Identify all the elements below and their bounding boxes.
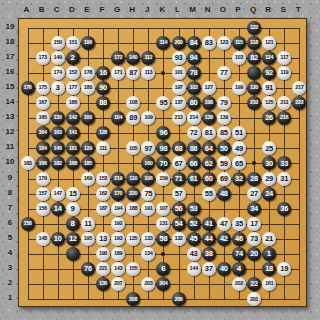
stone-H11-move-105: 105: [126, 141, 140, 155]
row-label: 15: [6, 83, 15, 91]
move-number: 124: [265, 55, 273, 61]
move-number: 1: [267, 250, 271, 258]
stone-F12-move-128: 128: [96, 126, 110, 140]
stone-Q8-move-27: 27: [247, 187, 261, 201]
stone-B15-move-175: 175: [36, 81, 50, 95]
move-number: 192: [114, 221, 122, 227]
move-number: 187: [99, 206, 107, 212]
move-number: 204: [159, 281, 167, 287]
move-number: 207: [114, 281, 122, 287]
stone-N10-move-62: 62: [202, 156, 216, 170]
row-label: 7: [8, 204, 12, 212]
move-number: 101: [174, 70, 182, 76]
stone-B8-move-157: 157: [36, 187, 50, 201]
col-label: K: [160, 6, 166, 14]
move-number: 183: [23, 161, 31, 167]
stone-F7-move-187: 187: [96, 202, 110, 216]
move-number: 118: [250, 40, 258, 46]
move-number: 142: [69, 115, 77, 121]
stone-D7-move-9: 9: [66, 202, 80, 216]
move-number: 10: [54, 235, 62, 243]
stone-G7-move-194: 194: [111, 202, 125, 216]
stone-Q6-move-17: 17: [247, 217, 261, 231]
move-number: 50: [220, 145, 228, 153]
move-number: 22: [250, 280, 258, 288]
move-number: 157: [39, 191, 47, 197]
col-label: J: [145, 6, 149, 14]
move-number: 123: [220, 40, 228, 46]
stone-K2-move-204: 204: [156, 277, 170, 291]
move-number: 80: [190, 99, 198, 107]
stone-G3-move-143: 143: [111, 262, 125, 276]
row-label: 2: [8, 279, 12, 287]
move-number: 158: [23, 221, 31, 227]
move-number: 159: [159, 176, 167, 182]
row-label: 9: [8, 174, 12, 182]
stone-F2-move-136: 136: [96, 277, 110, 291]
stone-Q5-move-73: 73: [247, 232, 261, 246]
stone-E11-move-129: 129: [81, 141, 95, 155]
stone-M12-move-72: 72: [187, 126, 201, 140]
stone-R17-move-124: 124: [262, 51, 276, 65]
move-number: 108: [129, 100, 137, 106]
move-number: 97: [144, 145, 152, 153]
stone-F11-move-111: 111: [96, 141, 110, 155]
stone-N11-move-64: 64: [202, 141, 216, 155]
stone-M9-move-61: 61: [187, 172, 201, 186]
stone-P5-move-46: 46: [232, 232, 246, 246]
stone-C15-move-3: 3: [51, 81, 65, 95]
stone-K5-move-58: 58: [156, 232, 170, 246]
move-number: 147: [54, 191, 62, 197]
stone-T14-move-222: 222: [292, 96, 306, 110]
move-number: 174: [54, 70, 62, 76]
move-number: 45: [190, 235, 198, 243]
move-number: 111: [99, 146, 107, 152]
stone-D17-move-2: 2: [66, 51, 80, 65]
move-number: 191: [144, 206, 152, 212]
stone-Q18-move-118: 118: [247, 36, 261, 50]
move-number: 195: [84, 236, 92, 242]
move-number: 170: [114, 191, 122, 197]
stone-N6-move-41: 41: [202, 217, 216, 231]
move-number: 156: [39, 206, 47, 212]
move-number: 168: [69, 161, 77, 167]
move-number: 83: [205, 39, 213, 47]
stone-O16-move-77: 77: [217, 66, 231, 80]
stone-M16-move-78: 78: [187, 66, 201, 80]
move-number: 93: [175, 54, 183, 62]
stone-K6-move-131: 131: [156, 217, 170, 231]
move-number: 173: [39, 55, 47, 61]
move-number: 77: [220, 69, 228, 77]
move-number: 150: [54, 40, 62, 46]
move-number: 203: [144, 281, 152, 287]
stone-L10-move-67: 67: [172, 156, 186, 170]
col-label: N: [205, 6, 211, 14]
stone-L8-move-57: 57: [172, 187, 186, 201]
stone-Q2-move-22: 22: [247, 277, 261, 291]
stone-M14-move-80: 80: [187, 96, 201, 110]
move-number: 79: [220, 99, 228, 107]
move-number: 119: [280, 70, 288, 76]
stone-H13-move-89: 89: [126, 111, 140, 125]
stone-L14-move-137: 137: [172, 96, 186, 110]
move-number: 64: [205, 145, 213, 153]
stone-Q19-move-122: 122: [247, 21, 261, 35]
stone-R4-move-1: 1: [262, 247, 276, 261]
stone-O18-move-123: 123: [217, 36, 231, 50]
stone-M17-move-94: 94: [187, 51, 201, 65]
stone-S9-move-31: 31: [277, 172, 291, 186]
move-number: 84: [190, 39, 198, 47]
move-number: 137: [174, 100, 182, 106]
move-number: 196: [84, 40, 92, 46]
move-number: 62: [205, 160, 213, 168]
stone-Q17-move-82: 82: [247, 51, 261, 65]
move-number: 211: [280, 100, 288, 106]
move-number: 134: [144, 251, 152, 257]
stone-E5-move-195: 195: [81, 232, 95, 246]
move-number: 85: [220, 129, 228, 137]
move-number: 33: [280, 160, 288, 168]
stone-J13-move-109: 109: [141, 111, 155, 125]
stone-A6-move-158: 158: [21, 217, 35, 231]
move-number: 176: [23, 85, 31, 91]
go-kifu-screenshot: ABCDEFGHJKLMNOPQRST191817161514131211109…: [0, 0, 320, 320]
move-number: 188: [129, 206, 137, 212]
stone-P15-move-199: 199: [232, 81, 246, 95]
stone-E18-move-196: 196: [81, 36, 95, 50]
stone-D12-move-141: 141: [66, 126, 80, 140]
move-number: 88: [99, 99, 107, 107]
grid-line: [299, 28, 300, 301]
row-label: 3: [8, 264, 12, 272]
move-number: 67: [175, 160, 183, 168]
move-number: 3: [55, 84, 59, 92]
move-number: 69: [220, 175, 228, 183]
move-number: 75: [144, 190, 152, 198]
move-number: 110: [129, 176, 137, 182]
col-label: T: [296, 6, 301, 14]
row-label: 16: [6, 68, 15, 76]
stone-N9-move-60: 60: [202, 172, 216, 186]
move-number: 200: [174, 40, 182, 46]
move-number: 27: [250, 190, 258, 198]
move-number: 219: [114, 176, 122, 182]
stone-R14-move-125: 125: [262, 96, 276, 110]
row-label: 1: [8, 294, 12, 302]
stone-F4-move-190: 190: [96, 247, 110, 261]
stone-P6-move-35: 35: [232, 217, 246, 231]
stone-H1-move-208: 208: [126, 292, 140, 306]
go-board[interactable]: 1234689101112131415161718192021222425262…: [18, 18, 307, 307]
stone-N15-move-127: 127: [202, 81, 216, 95]
move-number: 54: [175, 220, 183, 228]
move-number: 2: [71, 54, 75, 62]
star-point: [252, 161, 256, 165]
move-number: 169: [84, 176, 92, 182]
stone-L6-move-54: 54: [172, 217, 186, 231]
row-label: 18: [6, 38, 15, 46]
move-number: 222: [295, 100, 303, 106]
move-number: 58: [160, 235, 168, 243]
move-number: 171: [114, 70, 122, 76]
move-number: 36: [280, 205, 288, 213]
stone-S3-move-19: 19: [277, 262, 291, 276]
stone-J9-move-106: 106: [141, 172, 155, 186]
stone-N14-move-198: 198: [202, 96, 216, 110]
stone-E10-move-185: 185: [81, 156, 95, 170]
stone-G9-move-219: 219: [111, 172, 125, 186]
stone-B11-move-184: 184: [36, 141, 50, 155]
stone-O6-move-47: 47: [217, 217, 231, 231]
stone-G17-move-172: 172: [111, 51, 125, 65]
stone-R13-move-26: 26: [262, 111, 276, 125]
stone-D15-move-177: 177: [66, 81, 80, 95]
row-label: 13: [6, 113, 15, 121]
stone-S14-move-211: 211: [277, 96, 291, 110]
col-label: G: [114, 6, 120, 14]
move-number: 189: [114, 251, 122, 257]
move-number: 140: [129, 55, 137, 61]
stone-S10-move-33: 33: [277, 156, 291, 170]
move-number: 8: [71, 220, 75, 228]
stone-Q16-handicap: [247, 66, 261, 80]
stone-R5-move-21: 21: [262, 232, 276, 246]
move-number: 180: [84, 85, 92, 91]
stone-P18-move-115: 115: [232, 36, 246, 50]
stone-R2-move-161: 161: [262, 277, 276, 291]
stone-D4-handicap: [66, 247, 80, 261]
row-label: 11: [6, 143, 14, 151]
move-number: 55: [205, 190, 213, 198]
col-label: S: [281, 6, 286, 14]
move-number: 131: [159, 221, 167, 227]
stone-J8-move-75: 75: [141, 187, 155, 201]
move-number: 175: [39, 85, 47, 91]
stone-J7-move-191: 191: [141, 202, 155, 216]
move-number: 152: [69, 70, 77, 76]
stone-L11-move-68: 68: [172, 141, 186, 155]
stone-M7-move-53: 53: [187, 202, 201, 216]
stone-L1-move-206: 206: [172, 292, 186, 306]
move-number: 114: [159, 40, 167, 46]
stone-L5-move-132: 132: [172, 232, 186, 246]
move-number: 217: [295, 85, 303, 91]
stone-G4-move-189: 189: [111, 247, 125, 261]
move-number: 199: [235, 85, 243, 91]
move-number: 117: [280, 55, 288, 61]
move-number: 102: [190, 85, 198, 91]
star-point: [161, 71, 165, 75]
stone-O3-move-40: 40: [217, 262, 231, 276]
move-number: 30: [265, 160, 273, 168]
move-number: 163: [54, 130, 62, 136]
col-label: C: [54, 6, 60, 14]
stone-O12-move-85: 85: [217, 126, 231, 140]
stone-B13-move-165: 165: [36, 111, 50, 125]
stone-A15-move-176: 176: [21, 81, 35, 95]
stone-B12-move-164: 164: [36, 126, 50, 140]
stone-L16-move-101: 101: [172, 66, 186, 80]
move-number: 130: [54, 115, 62, 121]
move-number: 60: [205, 175, 213, 183]
stone-R15-move-91: 91: [262, 81, 276, 95]
move-number: 65: [235, 160, 243, 168]
stone-R16-move-92: 92: [262, 66, 276, 80]
stone-C16-move-174: 174: [51, 66, 65, 80]
move-number: 206: [174, 297, 182, 303]
move-number: 41: [205, 220, 213, 228]
move-number: 47: [220, 220, 228, 228]
move-number: 132: [174, 236, 182, 242]
stone-C10-move-182: 182: [51, 156, 65, 170]
move-number: 160: [144, 161, 152, 167]
move-number: 14: [54, 205, 62, 213]
stone-F5-move-13: 13: [96, 232, 110, 246]
move-number: 46: [235, 235, 243, 243]
stone-A10-move-183: 183: [21, 156, 35, 170]
move-number: 94: [190, 54, 198, 62]
stone-C12-move-163: 163: [51, 126, 65, 140]
move-number: 201: [250, 297, 258, 303]
stone-N5-move-44: 44: [202, 232, 216, 246]
stone-F15-move-90: 90: [96, 81, 110, 95]
stone-D16-move-152: 152: [66, 66, 80, 80]
move-number: 91: [265, 84, 273, 92]
stone-E3-move-76: 76: [81, 262, 95, 276]
stone-B14-move-167: 167: [36, 96, 50, 110]
stone-E16-move-178: 178: [81, 66, 95, 80]
move-number: 34: [250, 205, 258, 213]
move-number: 177: [69, 85, 77, 91]
stone-C7-move-14: 14: [51, 202, 65, 216]
stone-O5-move-42: 42: [217, 232, 231, 246]
stone-G8-move-170: 170: [111, 187, 125, 201]
move-number: 21: [265, 235, 273, 243]
stone-D8-move-15: 15: [66, 187, 80, 201]
stone-L9-move-71: 71: [172, 172, 186, 186]
col-label: P: [235, 6, 240, 14]
stone-Q7-move-34: 34: [247, 202, 261, 216]
move-number: 44: [205, 235, 213, 243]
row-label: 14: [6, 98, 15, 106]
stone-K9-move-159: 159: [156, 172, 170, 186]
move-number: 35: [235, 220, 243, 228]
stone-C18-move-150: 150: [51, 36, 65, 50]
stone-O10-move-59: 59: [217, 156, 231, 170]
move-number: 57: [175, 190, 183, 198]
stone-J10-move-160: 160: [141, 156, 155, 170]
row-label: 12: [6, 128, 15, 136]
move-number: 120: [250, 85, 258, 91]
move-number: 213: [174, 115, 182, 121]
move-number: 13: [99, 235, 107, 243]
move-number: 190: [99, 251, 107, 257]
move-number: 26: [265, 114, 273, 122]
stone-R18-move-121: 121: [262, 36, 276, 50]
stone-F8-move-162: 162: [96, 187, 110, 201]
move-number: 11: [84, 220, 91, 228]
move-number: 164: [39, 130, 47, 136]
move-number: 17: [250, 220, 258, 228]
move-number: 90: [99, 84, 107, 92]
stone-N4-move-38: 38: [202, 247, 216, 261]
move-number: 129: [84, 146, 92, 152]
stone-D13-move-142: 142: [66, 111, 80, 125]
move-number: 104: [114, 115, 122, 121]
stone-C11-move-146: 146: [51, 141, 65, 155]
move-number: 167: [39, 100, 47, 106]
move-number: 133: [144, 236, 152, 242]
stone-E9-move-169: 169: [81, 172, 95, 186]
stone-K12-move-96: 96: [156, 126, 170, 140]
col-label: E: [84, 6, 89, 14]
move-number: 92: [265, 69, 273, 77]
move-number: 98: [160, 145, 168, 153]
move-number: 161: [265, 281, 273, 287]
move-number: 73: [250, 235, 258, 243]
stone-H14-move-108: 108: [126, 96, 140, 110]
move-number: 202: [235, 281, 243, 287]
move-number: 155: [129, 266, 137, 272]
stone-P3-move-4: 4: [232, 262, 246, 276]
stone-S17-move-117: 117: [277, 51, 291, 65]
stone-C5-move-10: 10: [51, 232, 65, 246]
stone-P4-move-74: 74: [232, 247, 246, 261]
move-number: 76: [84, 265, 92, 273]
stone-N13-move-138: 138: [202, 111, 216, 125]
stone-M15-move-102: 102: [187, 81, 201, 95]
move-number: 6: [161, 265, 165, 273]
move-number: 24: [265, 190, 273, 198]
move-number: 113: [144, 70, 152, 76]
stone-J17-move-112: 112: [141, 51, 155, 65]
move-number: 16: [99, 69, 107, 77]
stone-R8-move-24: 24: [262, 187, 276, 201]
stone-S16-move-119: 119: [277, 66, 291, 80]
move-number: 194: [114, 206, 122, 212]
move-number: 40: [220, 265, 228, 273]
stone-O13-move-139: 139: [217, 111, 231, 125]
col-label: M: [189, 6, 196, 14]
move-number: 115: [235, 40, 243, 46]
stone-M18-move-84: 84: [187, 36, 201, 50]
row-label: 17: [6, 53, 15, 61]
col-label: F: [100, 6, 105, 14]
move-number: 112: [144, 55, 152, 61]
move-number: 28: [250, 175, 258, 183]
stone-F14-move-88: 88: [96, 96, 110, 110]
stone-Q1-move-201: 201: [247, 292, 261, 306]
stone-F9-move-153: 153: [96, 172, 110, 186]
move-number: 4: [237, 265, 241, 273]
move-number: 56: [175, 205, 183, 213]
move-number: 74: [235, 250, 243, 258]
move-number: 96: [160, 129, 168, 137]
row-label: 6: [8, 219, 12, 227]
move-number: 144: [190, 266, 198, 272]
move-number: 42: [220, 235, 228, 243]
stone-R11-move-25: 25: [262, 141, 276, 155]
col-label: L: [175, 6, 180, 14]
move-number: 82: [250, 54, 258, 62]
stone-B9-move-179: 179: [36, 172, 50, 186]
stone-D14-move-186: 186: [66, 96, 80, 110]
stone-M13-move-214: 214: [187, 111, 201, 125]
move-number: 149: [54, 55, 62, 61]
